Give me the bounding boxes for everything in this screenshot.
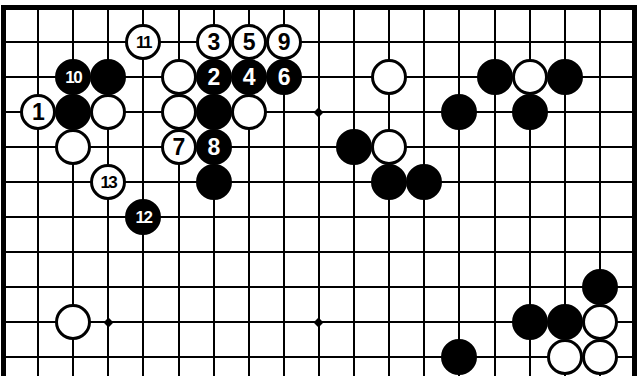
stone-black bbox=[582, 269, 618, 305]
stone-white bbox=[371, 59, 407, 95]
stone-white bbox=[90, 94, 126, 130]
stone-black bbox=[196, 164, 232, 200]
go-diagram: 12345678910111213 bbox=[0, 0, 640, 376]
stone-black-move-10: 10 bbox=[55, 59, 91, 95]
stone-move-number: 6 bbox=[278, 66, 290, 89]
stone-white bbox=[55, 304, 91, 340]
stone-black-move-4: 4 bbox=[231, 59, 267, 95]
stone-white-move-7: 7 bbox=[161, 129, 197, 165]
stone-black bbox=[406, 164, 442, 200]
stone-black bbox=[441, 339, 477, 375]
stone-black-move-2: 2 bbox=[196, 59, 232, 95]
stone-move-number: 2 bbox=[208, 66, 220, 89]
stone-white-move-5: 5 bbox=[231, 24, 267, 60]
stone-white bbox=[371, 129, 407, 165]
stone-white-move-9: 9 bbox=[266, 24, 302, 60]
stone-white bbox=[55, 129, 91, 165]
stone-white bbox=[161, 59, 197, 95]
stone-black bbox=[336, 129, 372, 165]
stone-black bbox=[547, 59, 583, 95]
stone-black bbox=[512, 94, 548, 130]
stone-black bbox=[55, 94, 91, 130]
stone-white bbox=[547, 339, 583, 375]
stone-move-number: 3 bbox=[208, 31, 220, 54]
stone-move-number: 1 bbox=[32, 101, 44, 124]
stone-black bbox=[371, 164, 407, 200]
star-point bbox=[314, 107, 324, 117]
stone-move-number: 11 bbox=[136, 34, 151, 51]
stone-move-number: 5 bbox=[243, 31, 255, 54]
stone-move-number: 8 bbox=[208, 136, 220, 159]
stone-white bbox=[512, 59, 548, 95]
stone-black bbox=[196, 94, 232, 130]
star-point bbox=[103, 317, 113, 327]
stone-black-move-6: 6 bbox=[266, 59, 302, 95]
stone-white bbox=[231, 94, 267, 130]
go-board: 12345678910111213 bbox=[0, 0, 640, 376]
stone-white-move-3: 3 bbox=[196, 24, 232, 60]
star-point bbox=[314, 317, 324, 327]
stone-black bbox=[512, 304, 548, 340]
stone-white-move-1: 1 bbox=[20, 94, 56, 130]
stone-black-move-12: 12 bbox=[125, 199, 161, 235]
stone-move-number: 10 bbox=[65, 69, 81, 86]
board-grid: 12345678910111213 bbox=[0, 0, 640, 375]
stone-move-number: 12 bbox=[135, 209, 151, 226]
stone-black bbox=[90, 59, 126, 95]
stone-white-move-11: 11 bbox=[125, 24, 161, 60]
stone-white bbox=[582, 304, 618, 340]
stone-black bbox=[441, 94, 477, 130]
stone-black-move-8: 8 bbox=[196, 129, 232, 165]
stone-white-move-13: 13 bbox=[90, 164, 126, 200]
stone-white bbox=[161, 94, 197, 130]
stone-black bbox=[477, 59, 513, 95]
stone-black bbox=[547, 304, 583, 340]
stone-move-number: 9 bbox=[278, 31, 290, 54]
stone-move-number: 7 bbox=[172, 136, 184, 159]
stone-move-number: 13 bbox=[100, 174, 116, 191]
stone-white bbox=[582, 339, 618, 375]
stone-move-number: 4 bbox=[243, 66, 255, 89]
